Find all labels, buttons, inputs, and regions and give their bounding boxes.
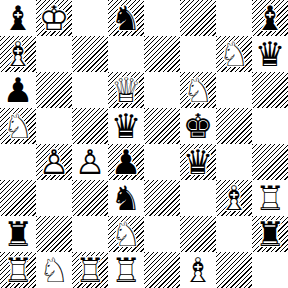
piece-halo: ♞ [108, 216, 144, 252]
piece-halo: ♜ [0, 252, 36, 288]
square-c2[interactable] [72, 216, 108, 252]
piece-white-bishop: ♗ [180, 252, 216, 288]
square-a6[interactable]: ♟♟ [0, 72, 36, 108]
piece-black-pawn: ♟ [0, 72, 36, 108]
square-a4[interactable] [0, 144, 36, 180]
piece-halo: ♞ [108, 180, 144, 216]
square-e1[interactable] [144, 252, 180, 288]
piece-white-rook: ♖ [0, 252, 36, 288]
square-d2[interactable]: ♞♘ [108, 216, 144, 252]
piece-halo: ♛ [252, 36, 288, 72]
square-e7[interactable] [144, 36, 180, 72]
square-b1[interactable]: ♞♘ [36, 252, 72, 288]
square-f6[interactable]: ♞♘ [180, 72, 216, 108]
square-e2[interactable] [144, 216, 180, 252]
square-b3[interactable] [36, 180, 72, 216]
piece-black-bishop: ♝ [252, 0, 288, 36]
square-d5[interactable]: ♛♛ [108, 108, 144, 144]
piece-black-pawn: ♟ [108, 144, 144, 180]
square-g8[interactable] [216, 0, 252, 36]
piece-halo: ♞ [180, 72, 216, 108]
piece-halo: ♜ [252, 180, 288, 216]
square-g2[interactable] [216, 216, 252, 252]
square-f5[interactable]: ♚♚ [180, 108, 216, 144]
piece-halo: ♞ [108, 0, 144, 36]
piece-white-king: ♔ [36, 0, 72, 36]
square-e8[interactable] [144, 0, 180, 36]
square-d3[interactable]: ♞♞ [108, 180, 144, 216]
piece-black-rook: ♜ [252, 216, 288, 252]
piece-halo: ♝ [0, 0, 36, 36]
piece-black-queen: ♛ [252, 36, 288, 72]
square-h5[interactable] [252, 108, 288, 144]
piece-halo: ♜ [108, 252, 144, 288]
piece-black-king: ♚ [180, 108, 216, 144]
piece-halo: ♟ [72, 144, 108, 180]
piece-halo: ♛ [180, 144, 216, 180]
square-h8[interactable]: ♝♝ [252, 0, 288, 36]
square-c1[interactable]: ♜♖ [72, 252, 108, 288]
square-g6[interactable] [216, 72, 252, 108]
piece-white-knight: ♘ [180, 72, 216, 108]
square-f7[interactable] [180, 36, 216, 72]
piece-black-queen: ♛ [180, 144, 216, 180]
square-c3[interactable] [72, 180, 108, 216]
square-h2[interactable]: ♜♜ [252, 216, 288, 252]
square-h4[interactable] [252, 144, 288, 180]
square-c6[interactable] [72, 72, 108, 108]
piece-halo: ♟ [36, 144, 72, 180]
square-b5[interactable] [36, 108, 72, 144]
square-g4[interactable] [216, 144, 252, 180]
square-d8[interactable]: ♞♞ [108, 0, 144, 36]
piece-halo: ♛ [108, 72, 144, 108]
square-g1[interactable] [216, 252, 252, 288]
piece-black-bishop: ♝ [0, 0, 36, 36]
piece-halo: ♞ [36, 252, 72, 288]
piece-white-queen: ♕ [108, 72, 144, 108]
piece-white-knight: ♘ [216, 36, 252, 72]
piece-black-knight: ♞ [108, 0, 144, 36]
square-a2[interactable]: ♜♜ [0, 216, 36, 252]
square-a5[interactable]: ♞♘ [0, 108, 36, 144]
piece-white-knight: ♘ [0, 108, 36, 144]
piece-halo: ♟ [108, 144, 144, 180]
square-c5[interactable] [72, 108, 108, 144]
square-d6[interactable]: ♛♕ [108, 72, 144, 108]
piece-white-rook: ♖ [252, 180, 288, 216]
square-c8[interactable] [72, 0, 108, 36]
piece-white-knight: ♘ [108, 216, 144, 252]
square-f8[interactable] [180, 0, 216, 36]
square-b4[interactable]: ♟♙ [36, 144, 72, 180]
square-c7[interactable] [72, 36, 108, 72]
piece-halo: ♚ [36, 0, 72, 36]
piece-white-bishop: ♗ [216, 180, 252, 216]
piece-halo: ♝ [180, 252, 216, 288]
piece-white-pawn: ♙ [72, 144, 108, 180]
piece-black-knight: ♞ [108, 180, 144, 216]
square-h6[interactable] [252, 72, 288, 108]
piece-halo: ♜ [72, 252, 108, 288]
square-h1[interactable] [252, 252, 288, 288]
piece-halo: ♝ [216, 180, 252, 216]
piece-white-knight: ♘ [36, 252, 72, 288]
piece-white-rook: ♖ [108, 252, 144, 288]
square-b8[interactable]: ♚♔ [36, 0, 72, 36]
piece-halo: ♞ [216, 36, 252, 72]
square-g5[interactable] [216, 108, 252, 144]
square-a1[interactable]: ♜♖ [0, 252, 36, 288]
square-g7[interactable]: ♞♘ [216, 36, 252, 72]
square-f4[interactable]: ♛♛ [180, 144, 216, 180]
piece-halo: ♝ [0, 36, 36, 72]
square-b7[interactable] [36, 36, 72, 72]
square-b6[interactable] [36, 72, 72, 108]
square-f3[interactable] [180, 180, 216, 216]
square-a8[interactable]: ♝♝ [0, 0, 36, 36]
chess-board: ♝♝♚♔♞♞♝♝♝♗♞♘♛♛♟♟♛♕♞♘♞♘♛♛♚♚♟♙♟♙♟♟♛♛♞♞♝♗♜♖… [0, 0, 288, 288]
piece-halo: ♜ [0, 216, 36, 252]
piece-black-rook: ♜ [0, 216, 36, 252]
piece-halo: ♝ [252, 0, 288, 36]
square-e6[interactable] [144, 72, 180, 108]
piece-black-queen: ♛ [108, 108, 144, 144]
piece-halo: ♛ [108, 108, 144, 144]
piece-halo: ♞ [0, 108, 36, 144]
square-d4[interactable]: ♟♟ [108, 144, 144, 180]
square-h3[interactable]: ♜♖ [252, 180, 288, 216]
square-e4[interactable] [144, 144, 180, 180]
square-f2[interactable] [180, 216, 216, 252]
piece-halo: ♟ [0, 72, 36, 108]
square-b2[interactable] [36, 216, 72, 252]
square-a7[interactable]: ♝♗ [0, 36, 36, 72]
piece-halo: ♚ [180, 108, 216, 144]
piece-halo: ♜ [252, 216, 288, 252]
square-c4[interactable]: ♟♙ [72, 144, 108, 180]
square-g3[interactable]: ♝♗ [216, 180, 252, 216]
square-d7[interactable] [108, 36, 144, 72]
piece-white-bishop: ♗ [0, 36, 36, 72]
square-e5[interactable] [144, 108, 180, 144]
square-h7[interactable]: ♛♛ [252, 36, 288, 72]
square-d1[interactable]: ♜♖ [108, 252, 144, 288]
square-a3[interactable] [0, 180, 36, 216]
square-e3[interactable] [144, 180, 180, 216]
piece-white-pawn: ♙ [36, 144, 72, 180]
piece-white-rook: ♖ [72, 252, 108, 288]
square-f1[interactable]: ♝♗ [180, 252, 216, 288]
